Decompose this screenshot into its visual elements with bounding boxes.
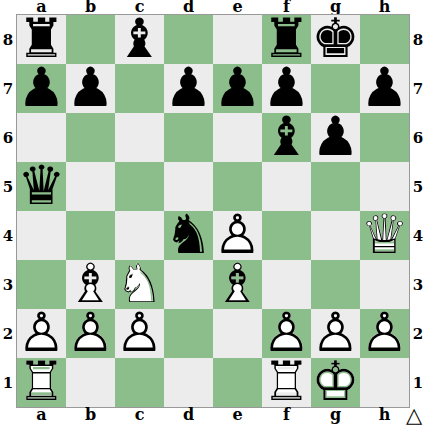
black-pawn-d7: ♟︎: [164, 64, 213, 113]
square-b6[interactable]: [66, 113, 115, 162]
square-h6[interactable]: [360, 113, 409, 162]
black-bishop-f6: ♝︎: [262, 113, 311, 162]
file-label-bottom-f: f: [262, 407, 311, 426]
black-pawn-h7: ♟︎: [360, 64, 409, 113]
square-a8[interactable]: ♜︎: [17, 15, 66, 64]
white-pawn-e4-fill: ♟︎: [213, 211, 262, 260]
white-rook-f1-outline: ♖︎: [262, 358, 311, 407]
white-bishop-b3: ♝︎♗︎: [66, 260, 115, 309]
square-a5[interactable]: ♛︎: [17, 162, 66, 211]
white-bishop-b3-outline: ♗︎: [66, 260, 115, 309]
square-a7[interactable]: ♟︎: [17, 64, 66, 113]
file-label-bottom-h: h: [360, 407, 409, 426]
square-h5[interactable]: [360, 162, 409, 211]
square-c2[interactable]: ♟︎♙︎: [115, 309, 164, 358]
square-b2[interactable]: ♟︎♙︎: [66, 309, 115, 358]
square-g8[interactable]: ♚︎: [311, 15, 360, 64]
square-a3[interactable]: [17, 260, 66, 309]
white-pawn-h2-outline: ♙︎: [360, 309, 409, 358]
square-e6[interactable]: [213, 113, 262, 162]
square-h1[interactable]: [360, 358, 409, 407]
square-h3[interactable]: [360, 260, 409, 309]
square-e1[interactable]: [213, 358, 262, 407]
white-pawn-h2: ♟︎♙︎: [360, 309, 409, 358]
file-label-top-c: c: [115, 0, 164, 13]
square-e8[interactable]: [213, 15, 262, 64]
rank-label-left-1: 1: [0, 358, 16, 407]
file-label-bottom-e: e: [213, 407, 262, 426]
white-king-g1-outline: ♔︎: [311, 358, 360, 407]
square-g6[interactable]: ♟︎: [311, 113, 360, 162]
file-label-top-a: a: [17, 0, 66, 13]
square-d3[interactable]: [164, 260, 213, 309]
white-pawn-a2-outline: ♙︎: [17, 309, 66, 358]
square-d7[interactable]: ♟︎: [164, 64, 213, 113]
rank-label-right-3: 3: [410, 260, 426, 309]
black-king-g8: ♚︎: [311, 15, 360, 64]
square-d2[interactable]: [164, 309, 213, 358]
rank-label-right-2: 2: [410, 309, 426, 358]
square-h2[interactable]: ♟︎♙︎: [360, 309, 409, 358]
square-c4[interactable]: [115, 211, 164, 260]
file-label-bottom-c: c: [115, 407, 164, 426]
black-queen-a5: ♛︎: [17, 162, 66, 211]
square-g1[interactable]: ♚︎♔︎: [311, 358, 360, 407]
square-b7[interactable]: ♟︎: [66, 64, 115, 113]
white-knight-c3-outline: ♘︎: [115, 260, 164, 309]
square-e2[interactable]: [213, 309, 262, 358]
rank-label-left-7: 7: [0, 64, 16, 113]
white-bishop-b3-fill: ♝︎: [66, 260, 115, 309]
square-b3[interactable]: ♝︎♗︎: [66, 260, 115, 309]
square-b1[interactable]: [66, 358, 115, 407]
rank-label-right-8: 8: [410, 15, 426, 64]
black-pawn-e7: ♟︎: [213, 64, 262, 113]
rank-label-right-1: 1: [410, 358, 426, 407]
square-f1[interactable]: ♜︎♖︎: [262, 358, 311, 407]
square-e7[interactable]: ♟︎: [213, 64, 262, 113]
white-pawn-g2-outline: ♙︎: [311, 309, 360, 358]
white-rook-f1-fill: ♜︎: [262, 358, 311, 407]
white-pawn-b2-fill: ♟︎: [66, 309, 115, 358]
white-bishop-e3: ♝︎♗︎: [213, 260, 262, 309]
square-g4[interactable]: [311, 211, 360, 260]
rank-labels-left: 87654321: [0, 15, 16, 407]
square-c6[interactable]: [115, 113, 164, 162]
black-rook-f8: ♜︎: [262, 15, 311, 64]
white-pawn-a2: ♟︎♙︎: [17, 309, 66, 358]
white-queen-h4-outline: ♕︎: [360, 211, 409, 260]
white-king-g1-fill: ♚︎: [311, 358, 360, 407]
file-label-bottom-b: b: [66, 407, 115, 426]
square-d8[interactable]: [164, 15, 213, 64]
square-d6[interactable]: [164, 113, 213, 162]
square-d4[interactable]: ♞︎: [164, 211, 213, 260]
square-e5[interactable]: [213, 162, 262, 211]
chess-board: ♜︎♝︎♜︎♚︎♟︎♟︎♟︎♟︎♟︎♟︎♝︎♟︎♛︎♞︎♟︎♙︎♛︎♕︎♝︎♗︎…: [16, 14, 410, 408]
black-pawn-f7: ♟︎: [262, 64, 311, 113]
rank-label-left-6: 6: [0, 113, 16, 162]
square-g2[interactable]: ♟︎♙︎: [311, 309, 360, 358]
white-pawn-b2: ♟︎♙︎: [66, 309, 115, 358]
file-label-top-b: b: [66, 0, 115, 13]
white-rook-f1: ♜︎♖︎: [262, 358, 311, 407]
square-f8[interactable]: ♜︎: [262, 15, 311, 64]
square-g3[interactable]: [311, 260, 360, 309]
square-f5[interactable]: [262, 162, 311, 211]
black-pawn-b7: ♟︎: [66, 64, 115, 113]
white-pawn-c2: ♟︎♙︎: [115, 309, 164, 358]
white-king-g1: ♚︎♔︎: [311, 358, 360, 407]
file-label-top-g: g: [311, 0, 360, 13]
square-f4[interactable]: [262, 211, 311, 260]
chess-diagram: abcdefgh 87654321 ♜︎♝︎♜︎♚︎♟︎♟︎♟︎♟︎♟︎♟︎♝︎…: [0, 0, 426, 426]
rank-label-left-5: 5: [0, 162, 16, 211]
square-c5[interactable]: [115, 162, 164, 211]
white-queen-h4: ♛︎♕︎: [360, 211, 409, 260]
square-h4[interactable]: ♛︎♕︎: [360, 211, 409, 260]
white-knight-c3-fill: ♞︎: [115, 260, 164, 309]
square-f6[interactable]: ♝︎: [262, 113, 311, 162]
white-pawn-b2-outline: ♙︎: [66, 309, 115, 358]
square-f3[interactable]: [262, 260, 311, 309]
square-b4[interactable]: [66, 211, 115, 260]
white-bishop-e3-outline: ♗︎: [213, 260, 262, 309]
white-pawn-e4-outline: ♙︎: [213, 211, 262, 260]
square-f2[interactable]: ♟︎♙︎: [262, 309, 311, 358]
white-pawn-g2: ♟︎♙︎: [311, 309, 360, 358]
rank-label-left-3: 3: [0, 260, 16, 309]
rank-label-right-4: 4: [410, 211, 426, 260]
square-f7[interactable]: ♟︎: [262, 64, 311, 113]
white-pawn-h2-fill: ♟︎: [360, 309, 409, 358]
square-a2[interactable]: ♟︎♙︎: [17, 309, 66, 358]
file-label-top-e: e: [213, 0, 262, 13]
file-label-bottom-d: d: [164, 407, 213, 426]
rank-label-left-2: 2: [0, 309, 16, 358]
file-labels-bottom: abcdefgh: [17, 407, 409, 426]
square-g5[interactable]: [311, 162, 360, 211]
square-d5[interactable]: [164, 162, 213, 211]
white-rook-a1-fill: ♜︎: [17, 358, 66, 407]
rank-label-right-6: 6: [410, 113, 426, 162]
white-pawn-f2: ♟︎♙︎: [262, 309, 311, 358]
white-bishop-e3-fill: ♝︎: [213, 260, 262, 309]
white-pawn-f2-fill: ♟︎: [262, 309, 311, 358]
file-label-top-f: f: [262, 0, 311, 13]
square-a1[interactable]: ♜︎♖︎: [17, 358, 66, 407]
square-c3[interactable]: ♞︎♘︎: [115, 260, 164, 309]
white-to-move-indicator: △: [403, 403, 425, 426]
file-label-bottom-g: g: [311, 407, 360, 426]
file-label-bottom-a: a: [17, 407, 66, 426]
square-e4[interactable]: ♟︎♙︎: [213, 211, 262, 260]
file-labels-top: abcdefgh: [17, 0, 409, 13]
square-e3[interactable]: ♝︎♗︎: [213, 260, 262, 309]
square-a6[interactable]: [17, 113, 66, 162]
white-queen-h4-fill: ♛︎: [360, 211, 409, 260]
file-label-top-d: d: [164, 0, 213, 13]
white-knight-c3: ♞︎♘︎: [115, 260, 164, 309]
black-pawn-a7: ♟︎: [17, 64, 66, 113]
white-rook-a1-outline: ♖︎: [17, 358, 66, 407]
square-c7[interactable]: [115, 64, 164, 113]
rank-label-left-8: 8: [0, 15, 16, 64]
rank-label-right-7: 7: [410, 64, 426, 113]
white-pawn-a2-fill: ♟︎: [17, 309, 66, 358]
square-h8[interactable]: [360, 15, 409, 64]
black-knight-d4: ♞︎: [164, 211, 213, 260]
rank-label-right-5: 5: [410, 162, 426, 211]
white-pawn-c2-fill: ♟︎: [115, 309, 164, 358]
white-pawn-e4: ♟︎♙︎: [213, 211, 262, 260]
square-d1[interactable]: [164, 358, 213, 407]
square-b8[interactable]: [66, 15, 115, 64]
file-label-top-h: h: [360, 0, 409, 13]
rank-labels-right: 87654321: [410, 15, 426, 407]
square-b5[interactable]: [66, 162, 115, 211]
square-g7[interactable]: [311, 64, 360, 113]
square-c8[interactable]: ♝︎: [115, 15, 164, 64]
white-pawn-g2-fill: ♟︎: [311, 309, 360, 358]
square-h7[interactable]: ♟︎: [360, 64, 409, 113]
black-bishop-c8: ♝︎: [115, 15, 164, 64]
white-rook-a1: ♜︎♖︎: [17, 358, 66, 407]
rank-label-left-4: 4: [0, 211, 16, 260]
black-pawn-g6: ♟︎: [311, 113, 360, 162]
black-rook-a8: ♜︎: [17, 15, 66, 64]
white-pawn-c2-outline: ♙︎: [115, 309, 164, 358]
square-a4[interactable]: [17, 211, 66, 260]
white-pawn-f2-outline: ♙︎: [262, 309, 311, 358]
square-c1[interactable]: [115, 358, 164, 407]
